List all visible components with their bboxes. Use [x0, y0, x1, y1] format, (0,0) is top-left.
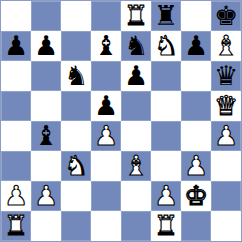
square-b8[interactable]: [31, 1, 61, 31]
square-d4[interactable]: ♟: [91, 121, 121, 151]
square-e1[interactable]: [121, 211, 151, 241]
square-c8[interactable]: [61, 1, 91, 31]
square-g4[interactable]: [181, 121, 211, 151]
white-rook-icon: ♜: [4, 212, 28, 239]
square-f3[interactable]: [151, 151, 181, 181]
chess-board: ♜♜♚♟♟♝♞♞♟♝♞♟♛♟♛♝♟♟♞♝♟♟♟♟♚♜♜: [0, 0, 242, 242]
black-pawn-icon: ♟: [34, 32, 58, 59]
square-g1[interactable]: [181, 211, 211, 241]
square-b2[interactable]: ♟: [31, 181, 61, 211]
square-e3[interactable]: ♝: [121, 151, 151, 181]
square-g6[interactable]: [181, 61, 211, 91]
square-a8[interactable]: [1, 1, 31, 31]
white-pawn-icon: ♟: [154, 182, 178, 209]
square-c6[interactable]: ♞: [61, 61, 91, 91]
white-queen-icon: ♛: [214, 92, 238, 119]
square-c7[interactable]: [61, 31, 91, 61]
square-a1[interactable]: ♜: [1, 211, 31, 241]
square-g2[interactable]: ♚: [181, 181, 211, 211]
black-queen-icon: ♛: [214, 62, 238, 89]
white-pawn-icon: ♟: [34, 182, 58, 209]
square-f5[interactable]: [151, 91, 181, 121]
square-e8[interactable]: ♜: [121, 1, 151, 31]
square-f2[interactable]: ♟: [151, 181, 181, 211]
black-king-icon: ♚: [214, 2, 238, 29]
square-h7[interactable]: ♝: [211, 31, 241, 61]
black-bishop-icon: ♝: [94, 32, 118, 59]
square-b6[interactable]: [31, 61, 61, 91]
square-d2[interactable]: [91, 181, 121, 211]
white-pawn-icon: ♟: [4, 182, 28, 209]
white-knight-icon: ♞: [64, 152, 88, 179]
white-pawn-icon: ♟: [94, 122, 118, 149]
square-f8[interactable]: ♜: [151, 1, 181, 31]
square-a2[interactable]: ♟: [1, 181, 31, 211]
square-h4[interactable]: ♟: [211, 121, 241, 151]
square-c5[interactable]: [61, 91, 91, 121]
square-f4[interactable]: [151, 121, 181, 151]
white-pawn-icon: ♟: [214, 122, 238, 149]
square-h5[interactable]: ♛: [211, 91, 241, 121]
square-c2[interactable]: [61, 181, 91, 211]
square-h6[interactable]: ♛: [211, 61, 241, 91]
white-knight-icon: ♞: [154, 32, 178, 59]
white-rook-icon: ♜: [124, 2, 148, 29]
square-g5[interactable]: [181, 91, 211, 121]
black-pawn-icon: ♟: [124, 62, 148, 89]
square-e4[interactable]: [121, 121, 151, 151]
square-c1[interactable]: [61, 211, 91, 241]
square-g7[interactable]: ♟: [181, 31, 211, 61]
square-a7[interactable]: ♟: [1, 31, 31, 61]
black-knight-icon: ♞: [64, 62, 88, 89]
black-rook-icon: ♜: [154, 2, 178, 29]
square-h8[interactable]: ♚: [211, 1, 241, 31]
square-f7[interactable]: ♞: [151, 31, 181, 61]
square-b4[interactable]: ♝: [31, 121, 61, 151]
square-h1[interactable]: [211, 211, 241, 241]
square-g3[interactable]: ♟: [181, 151, 211, 181]
square-d1[interactable]: [91, 211, 121, 241]
black-knight-icon: ♞: [124, 32, 148, 59]
square-a6[interactable]: [1, 61, 31, 91]
square-b1[interactable]: [31, 211, 61, 241]
square-e2[interactable]: [121, 181, 151, 211]
black-bishop-icon: ♝: [34, 122, 58, 149]
white-bishop-icon: ♝: [214, 32, 238, 59]
square-f6[interactable]: [151, 61, 181, 91]
square-c4[interactable]: [61, 121, 91, 151]
white-king-icon: ♚: [184, 182, 208, 209]
square-h3[interactable]: [211, 151, 241, 181]
square-f1[interactable]: ♜: [151, 211, 181, 241]
square-c3[interactable]: ♞: [61, 151, 91, 181]
square-b7[interactable]: ♟: [31, 31, 61, 61]
black-pawn-icon: ♟: [94, 92, 118, 119]
white-bishop-icon: ♝: [124, 152, 148, 179]
black-pawn-icon: ♟: [4, 32, 28, 59]
square-e7[interactable]: ♞: [121, 31, 151, 61]
square-d6[interactable]: [91, 61, 121, 91]
square-a3[interactable]: [1, 151, 31, 181]
square-a4[interactable]: [1, 121, 31, 151]
square-d3[interactable]: [91, 151, 121, 181]
square-e5[interactable]: [121, 91, 151, 121]
white-pawn-icon: ♟: [184, 152, 208, 179]
square-b3[interactable]: [31, 151, 61, 181]
square-d5[interactable]: ♟: [91, 91, 121, 121]
square-a5[interactable]: [1, 91, 31, 121]
square-h2[interactable]: [211, 181, 241, 211]
square-b5[interactable]: [31, 91, 61, 121]
square-g8[interactable]: [181, 1, 211, 31]
square-d8[interactable]: [91, 1, 121, 31]
square-e6[interactable]: ♟: [121, 61, 151, 91]
square-d7[interactable]: ♝: [91, 31, 121, 61]
black-pawn-icon: ♟: [184, 32, 208, 59]
white-rook-icon: ♜: [154, 212, 178, 239]
